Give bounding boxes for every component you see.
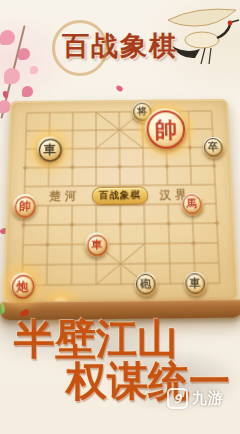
piece-red-帥[interactable]: 帥 xyxy=(12,193,37,218)
piece-character: 砲 xyxy=(140,278,151,290)
app-screen: 百战象棋 楚河 百战象棋 汉界 将帥車卒帥馬車砲車炮 半壁江山 权谋统一 9 九… xyxy=(0,0,240,434)
piece-character: 車 xyxy=(91,238,102,250)
piece-ring: 卒 xyxy=(204,138,223,157)
title-ring-decoration xyxy=(52,20,108,76)
piece-ring: 炮 xyxy=(10,274,33,298)
piece-character: 卒 xyxy=(208,142,219,152)
piece-black-車[interactable]: 車 xyxy=(35,135,62,162)
piece-character: 帥 xyxy=(154,118,177,140)
piece-ring: 車 xyxy=(185,273,205,294)
title-banner: 百战象棋 xyxy=(0,24,240,72)
piece-character: 将 xyxy=(137,107,147,117)
piece-black-砲[interactable]: 砲 xyxy=(134,272,157,296)
piece-ring: 車 xyxy=(37,137,60,160)
piece-character: 車 xyxy=(43,142,56,155)
petal-icon xyxy=(115,85,124,93)
jiuyou-watermark: 9 九游 xyxy=(167,388,224,409)
piece-ring: 馬 xyxy=(182,194,202,213)
piece-character: 炮 xyxy=(16,279,29,292)
piece-character: 馬 xyxy=(187,199,198,210)
piece-ring: 帥 xyxy=(13,195,34,216)
xiangqi-board[interactable]: 楚河 百战象棋 汉界 将帥車卒帥馬車砲車炮 xyxy=(2,99,240,323)
piece-ring: 砲 xyxy=(136,274,156,295)
piece-ring: 帥 xyxy=(146,110,186,149)
jiuyou-logo-icon: 9 xyxy=(167,388,188,409)
piece-ring: 車 xyxy=(86,234,106,255)
piece-red-車[interactable]: 車 xyxy=(84,232,107,257)
watermark-text: 九游 xyxy=(192,389,224,408)
piece-character: 車 xyxy=(190,278,201,290)
piece-red-馬[interactable]: 馬 xyxy=(181,193,204,216)
piece-red-帥[interactable]: 帥 xyxy=(144,108,188,151)
piece-black-車[interactable]: 車 xyxy=(183,271,207,295)
piece-layer[interactable]: 将帥車卒帥馬車砲車炮 xyxy=(9,102,233,296)
piece-character: 帥 xyxy=(18,200,30,212)
piece-black-卒[interactable]: 卒 xyxy=(202,136,224,158)
board-face: 楚河 百战象棋 汉界 将帥車卒帥馬車砲車炮 xyxy=(3,99,239,304)
